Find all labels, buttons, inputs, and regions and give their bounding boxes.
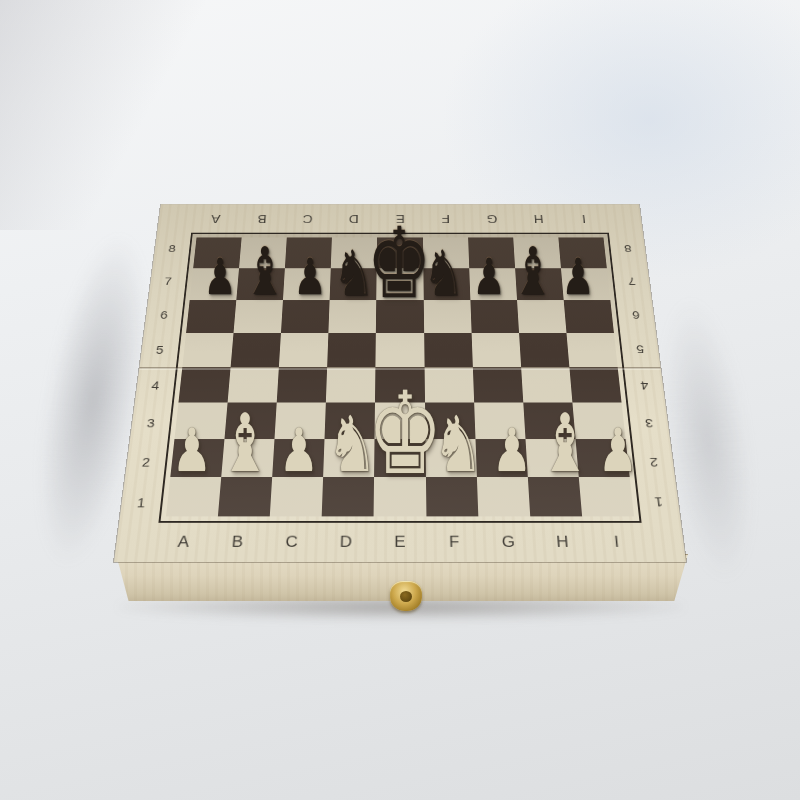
square-g8 <box>468 237 515 268</box>
square-i3 <box>572 403 625 440</box>
board-scene: ABCDEFGHI ABCDEFGHI 87654321 87654321 <box>114 112 686 562</box>
rank-label-right-2: 2 <box>632 442 675 482</box>
rank-label-left-8: 8 <box>153 233 191 265</box>
square-c5 <box>279 333 329 367</box>
file-label-top-h: H <box>514 204 562 232</box>
square-d7 <box>330 268 377 300</box>
square-b2 <box>221 439 274 477</box>
square-g1 <box>477 477 530 516</box>
file-label-top-a: A <box>191 204 240 232</box>
square-g7 <box>469 268 517 300</box>
file-label-top-f: F <box>423 204 470 232</box>
square-e4 <box>375 367 424 402</box>
square-c2 <box>272 439 324 477</box>
product-photo: ABCDEFGHI ABCDEFGHI 87654321 87654321 ♟♝… <box>0 0 800 800</box>
square-i2 <box>575 439 629 477</box>
square-g2 <box>475 439 527 477</box>
square-f8 <box>423 237 469 268</box>
square-f5 <box>424 333 473 367</box>
brass-latch-icon <box>390 581 422 611</box>
rank-label-left-3: 3 <box>130 404 172 442</box>
square-b5 <box>231 333 281 367</box>
square-e8 <box>377 237 423 268</box>
file-label-bottom-a: A <box>154 523 212 562</box>
rank-label-left-4: 4 <box>135 367 176 404</box>
square-e2 <box>374 439 425 477</box>
rank-label-left-5: 5 <box>140 332 180 367</box>
file-label-bottom-g: G <box>481 523 537 562</box>
file-label-top-i: I <box>560 204 609 232</box>
square-e3 <box>375 403 425 440</box>
square-h2 <box>525 439 578 477</box>
file-label-top-c: C <box>284 204 331 232</box>
rank-label-right-3: 3 <box>628 404 670 442</box>
square-b3 <box>225 403 277 440</box>
file-labels-top: ABCDEFGHI <box>191 204 609 232</box>
square-i4 <box>569 367 621 402</box>
square-d4 <box>326 367 376 402</box>
square-f7 <box>423 268 470 300</box>
file-label-top-e: E <box>377 204 423 232</box>
square-i7 <box>561 268 610 300</box>
file-label-top-b: B <box>238 204 286 232</box>
board-fold-seam <box>139 367 661 369</box>
file-label-bottom-e: E <box>373 523 428 562</box>
square-i5 <box>566 333 617 367</box>
rank-label-right-4: 4 <box>624 367 665 404</box>
square-i8 <box>558 237 607 268</box>
file-label-bottom-i: I <box>588 523 646 562</box>
square-d3 <box>325 403 376 440</box>
square-b1 <box>218 477 272 516</box>
square-h1 <box>528 477 582 516</box>
rank-label-right-5: 5 <box>620 332 660 367</box>
file-label-bottom-b: B <box>209 523 266 562</box>
rank-label-right-7: 7 <box>612 265 651 298</box>
square-c6 <box>281 300 330 333</box>
square-a2 <box>170 439 224 477</box>
square-a3 <box>174 403 227 440</box>
square-h3 <box>523 403 575 440</box>
square-f6 <box>423 300 471 333</box>
square-a5 <box>182 333 233 367</box>
square-f3 <box>425 403 476 440</box>
square-g5 <box>471 333 521 367</box>
square-a7 <box>190 268 239 300</box>
square-g4 <box>473 367 524 402</box>
rank-label-right-8: 8 <box>609 233 647 265</box>
square-e1 <box>374 477 426 516</box>
square-g3 <box>474 403 525 440</box>
square-g6 <box>470 300 519 333</box>
rank-label-right-6: 6 <box>616 298 656 332</box>
square-b6 <box>234 300 284 333</box>
square-d2 <box>323 439 375 477</box>
square-h4 <box>521 367 572 402</box>
square-f4 <box>424 367 474 402</box>
square-c1 <box>270 477 323 516</box>
square-e6 <box>376 300 424 333</box>
rank-label-right-1: 1 <box>637 482 681 523</box>
square-h8 <box>513 237 561 268</box>
square-a6 <box>186 300 236 333</box>
square-e5 <box>376 333 424 367</box>
square-f2 <box>425 439 477 477</box>
square-d5 <box>327 333 376 367</box>
square-h7 <box>515 268 564 300</box>
rank-label-left-7: 7 <box>149 265 188 298</box>
square-h6 <box>517 300 567 333</box>
square-b7 <box>236 268 285 300</box>
square-a8 <box>193 237 242 268</box>
file-label-bottom-f: F <box>427 523 482 562</box>
square-c7 <box>283 268 331 300</box>
rank-label-left-6: 6 <box>144 298 184 332</box>
square-d8 <box>331 237 377 268</box>
square-d6 <box>329 300 377 333</box>
file-labels-bottom: ABCDEFGHI <box>154 523 646 562</box>
file-label-bottom-d: D <box>318 523 373 562</box>
square-c3 <box>275 403 326 440</box>
rank-label-left-2: 2 <box>125 442 168 482</box>
square-c8 <box>285 237 332 268</box>
square-b4 <box>228 367 279 402</box>
file-label-bottom-h: H <box>534 523 591 562</box>
file-label-bottom-c: C <box>263 523 319 562</box>
board-grid <box>166 237 634 516</box>
square-b8 <box>239 237 287 268</box>
square-a4 <box>178 367 230 402</box>
square-d1 <box>322 477 374 516</box>
square-i6 <box>564 300 614 333</box>
square-i1 <box>579 477 634 516</box>
file-label-top-g: G <box>469 204 516 232</box>
square-a1 <box>166 477 221 516</box>
file-label-top-d: D <box>330 204 377 232</box>
chess-board: ABCDEFGHI ABCDEFGHI 87654321 87654321 <box>114 204 686 562</box>
square-e7 <box>377 268 424 300</box>
playing-area <box>158 233 641 523</box>
square-c4 <box>277 367 328 402</box>
square-h5 <box>519 333 569 367</box>
rank-label-left-1: 1 <box>119 482 163 523</box>
square-f1 <box>426 477 478 516</box>
